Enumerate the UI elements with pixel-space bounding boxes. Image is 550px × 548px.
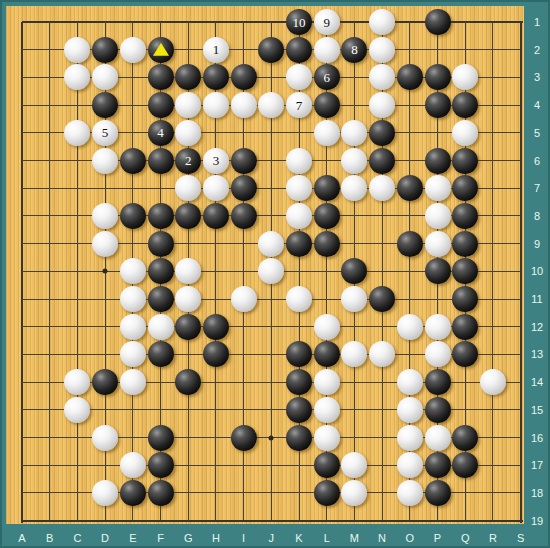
stone-white — [92, 480, 118, 506]
grid-line-vertical — [77, 22, 78, 522]
stone-black: 4 — [148, 120, 174, 146]
row-label: 16 — [531, 432, 543, 444]
stone-white — [175, 92, 201, 118]
star-point — [269, 435, 274, 440]
stone-white — [286, 286, 312, 312]
stone-black — [452, 425, 478, 451]
stone-black — [148, 258, 174, 284]
grid-line-vertical — [21, 22, 23, 523]
stone-white — [92, 203, 118, 229]
stone-black — [231, 425, 257, 451]
stone-white — [64, 120, 90, 146]
stone-white — [425, 425, 451, 451]
stone-white — [258, 258, 284, 284]
row-label: 5 — [534, 127, 540, 139]
stone-white — [369, 9, 395, 35]
move-number-label: 2 — [175, 148, 201, 174]
move-number-label: 10 — [286, 9, 312, 35]
stone-white — [397, 425, 423, 451]
go-board[interactable]: 10918675423 — [6, 6, 524, 524]
stone-black — [452, 286, 478, 312]
stone-black — [120, 148, 146, 174]
stone-black — [203, 203, 229, 229]
stone-white — [120, 369, 146, 395]
stone-black — [452, 92, 478, 118]
stone-white: 9 — [314, 9, 340, 35]
stone-white — [175, 258, 201, 284]
go-board-frame: 10918675423 ABCDEFGHIJKLMNOPQRS123456789… — [0, 0, 550, 548]
stone-black — [369, 120, 395, 146]
stone-white — [64, 397, 90, 423]
stone-white — [203, 175, 229, 201]
stone-black — [425, 397, 451, 423]
row-label: 9 — [534, 238, 540, 250]
stone-white — [314, 314, 340, 340]
stone-black — [148, 425, 174, 451]
stone-black — [148, 92, 174, 118]
stone-white — [314, 120, 340, 146]
move-number-label: 5 — [92, 120, 118, 146]
stone-white — [369, 37, 395, 63]
stone-black — [203, 64, 229, 90]
column-label: K — [295, 532, 302, 544]
stone-white — [341, 175, 367, 201]
column-label: L — [324, 532, 330, 544]
grid-line-vertical — [492, 22, 493, 522]
stone-black — [231, 175, 257, 201]
stone-white — [120, 258, 146, 284]
stone-white — [452, 64, 478, 90]
row-label: 1 — [534, 16, 540, 28]
column-label: A — [18, 532, 25, 544]
stone-white — [314, 397, 340, 423]
stone-black — [120, 203, 146, 229]
stone-black — [397, 231, 423, 257]
stone-white — [120, 37, 146, 63]
column-label: Q — [461, 532, 470, 544]
row-label: 3 — [534, 71, 540, 83]
stone-black — [425, 369, 451, 395]
column-label: M — [350, 532, 359, 544]
column-label: G — [184, 532, 193, 544]
stone-black — [231, 148, 257, 174]
stone-white: 5 — [92, 120, 118, 146]
column-label: N — [378, 532, 386, 544]
stone-black — [425, 148, 451, 174]
stone-white — [369, 175, 395, 201]
stone-black — [314, 231, 340, 257]
stone-black — [148, 480, 174, 506]
stone-black — [148, 286, 174, 312]
stone-black — [369, 286, 395, 312]
stone-black — [286, 397, 312, 423]
stone-black — [452, 341, 478, 367]
stone-black — [231, 203, 257, 229]
stone-white — [92, 231, 118, 257]
move-number-label: 3 — [203, 148, 229, 174]
stone-white — [64, 369, 90, 395]
stone-black — [286, 369, 312, 395]
column-label: D — [101, 532, 109, 544]
row-label: 15 — [531, 404, 543, 416]
move-number-label: 8 — [341, 37, 367, 63]
column-label: S — [517, 532, 524, 544]
stone-black — [286, 425, 312, 451]
stone-black — [148, 148, 174, 174]
stone-white — [397, 480, 423, 506]
move-number-label: 1 — [203, 37, 229, 63]
stone-black: 8 — [341, 37, 367, 63]
row-label: 14 — [531, 376, 543, 388]
stone-black — [148, 231, 174, 257]
stone-white — [64, 64, 90, 90]
stone-black — [286, 341, 312, 367]
stone-white — [120, 452, 146, 478]
stone-black — [314, 452, 340, 478]
move-number-label: 9 — [314, 9, 340, 35]
stone-white — [231, 92, 257, 118]
stone-white — [480, 369, 506, 395]
stone-black — [452, 203, 478, 229]
stone-black — [452, 314, 478, 340]
stone-white — [286, 64, 312, 90]
row-label: 13 — [531, 348, 543, 360]
stone-black — [148, 64, 174, 90]
column-label: E — [129, 532, 136, 544]
stone-white — [231, 286, 257, 312]
row-label: 10 — [531, 265, 543, 277]
row-label: 18 — [531, 487, 543, 499]
stone-black — [148, 203, 174, 229]
stone-white — [175, 175, 201, 201]
stone-black — [203, 314, 229, 340]
stone-white — [341, 286, 367, 312]
row-label: 11 — [531, 293, 542, 305]
stone-black: 10 — [286, 9, 312, 35]
column-label: P — [434, 532, 441, 544]
stone-white — [369, 341, 395, 367]
stone-black: 2 — [175, 148, 201, 174]
stone-black — [425, 64, 451, 90]
stone-white — [286, 175, 312, 201]
column-label: O — [406, 532, 415, 544]
stone-black — [452, 231, 478, 257]
stone-white — [64, 37, 90, 63]
stone-black — [175, 369, 201, 395]
stone-black — [175, 64, 201, 90]
row-label: 6 — [534, 155, 540, 167]
stone-white — [397, 314, 423, 340]
stone-white — [425, 203, 451, 229]
column-label: H — [212, 532, 220, 544]
stone-white — [425, 341, 451, 367]
stone-black — [425, 452, 451, 478]
stone-white — [120, 341, 146, 367]
stone-white — [341, 148, 367, 174]
stone-white — [425, 231, 451, 257]
stone-black — [452, 148, 478, 174]
row-label: 8 — [534, 210, 540, 222]
stone-white — [425, 175, 451, 201]
stone-black — [369, 148, 395, 174]
stone-black — [314, 480, 340, 506]
stone-white — [369, 92, 395, 118]
row-label: 2 — [534, 44, 540, 56]
stone-black — [314, 175, 340, 201]
row-label: 17 — [531, 459, 543, 471]
stone-black — [258, 37, 284, 63]
stone-white — [286, 203, 312, 229]
column-label: R — [489, 532, 497, 544]
stone-black — [314, 92, 340, 118]
stone-black — [231, 64, 257, 90]
stone-black — [341, 258, 367, 284]
stone-black — [425, 92, 451, 118]
stone-white — [258, 231, 284, 257]
stone-white — [92, 425, 118, 451]
column-label: B — [46, 532, 53, 544]
stone-black — [425, 258, 451, 284]
stone-white — [397, 452, 423, 478]
stone-white — [286, 148, 312, 174]
star-point — [103, 269, 108, 274]
stone-white — [175, 286, 201, 312]
stone-white — [397, 397, 423, 423]
stone-white — [314, 37, 340, 63]
stone-black — [314, 203, 340, 229]
stone-white — [314, 369, 340, 395]
stone-white — [452, 120, 478, 146]
stone-white — [92, 64, 118, 90]
stone-white: 7 — [286, 92, 312, 118]
stone-black — [148, 37, 174, 63]
stone-black: 6 — [314, 64, 340, 90]
stone-black — [397, 175, 423, 201]
move-number-label: 4 — [148, 120, 174, 146]
stone-white — [120, 286, 146, 312]
row-label: 12 — [531, 321, 543, 333]
column-label: C — [73, 532, 81, 544]
stone-white — [92, 148, 118, 174]
stone-black — [314, 341, 340, 367]
stone-white — [425, 314, 451, 340]
stone-black — [452, 258, 478, 284]
stone-white — [341, 341, 367, 367]
stone-black — [92, 92, 118, 118]
stone-black — [92, 369, 118, 395]
row-label: 4 — [534, 99, 540, 111]
stone-black — [425, 480, 451, 506]
stone-white — [120, 314, 146, 340]
grid-line-vertical — [520, 22, 522, 523]
stone-black — [148, 341, 174, 367]
stone-black — [175, 203, 201, 229]
stone-black — [425, 9, 451, 35]
stone-black — [175, 314, 201, 340]
stone-black — [397, 64, 423, 90]
stone-white — [175, 120, 201, 146]
stone-white: 3 — [203, 148, 229, 174]
stone-black — [203, 341, 229, 367]
stone-white — [397, 369, 423, 395]
stone-white — [369, 64, 395, 90]
move-number-label: 6 — [314, 64, 340, 90]
stone-white — [314, 425, 340, 451]
triangle-marker — [153, 42, 169, 55]
stone-white — [341, 120, 367, 146]
column-label: J — [269, 532, 275, 544]
stone-black — [148, 452, 174, 478]
row-label: 7 — [534, 182, 540, 194]
grid-line-horizontal — [22, 299, 522, 300]
move-number-label: 7 — [286, 92, 312, 118]
stone-black — [120, 480, 146, 506]
stone-white — [341, 452, 367, 478]
stone-black — [452, 175, 478, 201]
stone-white — [341, 480, 367, 506]
column-label: I — [242, 532, 245, 544]
stone-white: 1 — [203, 37, 229, 63]
row-label: 19 — [531, 515, 543, 527]
stone-black — [286, 231, 312, 257]
stone-white — [203, 92, 229, 118]
column-label: F — [157, 532, 164, 544]
grid-line-horizontal — [22, 520, 523, 522]
grid-line-vertical — [49, 22, 50, 522]
stone-black — [452, 452, 478, 478]
stone-white — [258, 92, 284, 118]
stone-black — [286, 37, 312, 63]
stone-white — [148, 314, 174, 340]
stone-black — [92, 37, 118, 63]
